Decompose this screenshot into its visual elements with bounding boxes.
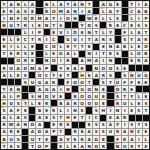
- cell-r19-c8[interactable]: P: [51, 129, 57, 135]
- cell-r15-c14[interactable]: U: [93, 100, 99, 106]
- cell-r16-c18[interactable]: I: [122, 107, 128, 113]
- cell-r21-c1[interactable]: 123Y: [1, 143, 7, 149]
- cell-r20-c21[interactable]: L: [143, 136, 149, 142]
- cell-r16-c6[interactable]: 97B: [36, 107, 42, 113]
- cell-r21-c10[interactable]: L: [65, 143, 71, 149]
- cell-r15-c12[interactable]: O: [79, 100, 85, 106]
- cell-r12-c19[interactable]: F: [129, 79, 135, 85]
- cell-r6-c7[interactable]: 41I: [44, 36, 50, 42]
- cell-r17-c4[interactable]: S: [22, 115, 28, 121]
- cell-r5-c15[interactable]: 36L: [100, 29, 106, 35]
- cell-r17-c10[interactable]: H: [65, 115, 71, 121]
- cell-r3-c8[interactable]: T: [51, 15, 57, 21]
- cell-r6-c10[interactable]: 42G: [65, 36, 71, 42]
- cell-r7-c2[interactable]: I: [8, 44, 14, 50]
- cell-r11-c1[interactable]: 64A: [1, 72, 7, 78]
- cell-r10-c9[interactable]: 61Y: [58, 65, 64, 71]
- cell-r8-c5[interactable]: E: [29, 51, 35, 57]
- cell-r6-c12[interactable]: I: [79, 36, 85, 42]
- cell-r12-c16[interactable]: T: [107, 79, 113, 85]
- cell-r12-c13[interactable]: T: [86, 79, 92, 85]
- cell-r17-c1[interactable]: 101A: [1, 115, 7, 121]
- cell-r3-c7[interactable]: A: [44, 15, 50, 21]
- cell-r11-c20[interactable]: 71U: [136, 72, 142, 78]
- cell-r4-c17[interactable]: E: [115, 22, 121, 28]
- cell-r9-c5[interactable]: E: [29, 58, 35, 64]
- cell-r18-c15[interactable]: 109S: [100, 122, 106, 128]
- cell-r4-c16[interactable]: 30R: [107, 22, 113, 28]
- cell-r14-c7[interactable]: O: [44, 93, 50, 99]
- cell-r9-c16[interactable]: N: [107, 58, 113, 64]
- cell-r4-c8[interactable]: T: [51, 22, 57, 28]
- cell-r10-c12[interactable]: R: [79, 65, 85, 71]
- cell-r1-c9[interactable]: 8A: [58, 1, 64, 7]
- cell-r14-c13[interactable]: Q: [86, 93, 92, 99]
- cell-r1-c13[interactable]: 12T: [86, 1, 92, 7]
- cell-r21-c3[interactable]: S: [15, 143, 21, 149]
- cell-r13-c12[interactable]: 82G: [79, 86, 85, 92]
- cell-r8-c15[interactable]: T: [100, 51, 106, 57]
- cell-r20-c14[interactable]: G: [93, 136, 99, 142]
- cell-r17-c8[interactable]: S: [51, 115, 57, 121]
- cell-r1-c12[interactable]: 11N: [79, 1, 85, 7]
- cell-r18-c1[interactable]: 105R: [1, 122, 7, 128]
- cell-r14-c20[interactable]: 89L: [136, 93, 142, 99]
- cell-r7-c3[interactable]: L: [15, 44, 21, 50]
- cell-r3-c3[interactable]: F: [15, 15, 21, 21]
- cell-r9-c14[interactable]: A: [93, 58, 99, 64]
- cell-r14-c12[interactable]: O: [79, 93, 85, 99]
- cell-r2-c2[interactable]: R: [8, 8, 14, 14]
- cell-r4-c7[interactable]: N: [44, 22, 50, 28]
- cell-r1-c15[interactable]: 13A: [100, 1, 106, 7]
- cell-r3-c6[interactable]: 24M: [36, 15, 42, 21]
- cell-r14-c19[interactable]: Y: [129, 93, 135, 99]
- cell-r7-c12[interactable]: T: [79, 44, 85, 50]
- cell-r15-c20[interactable]: E: [136, 100, 142, 106]
- cell-r9-c21[interactable]: A: [143, 58, 149, 64]
- cell-r2-c12[interactable]: I: [79, 8, 85, 14]
- cell-r8-c2[interactable]: E: [8, 51, 14, 57]
- cell-r11-c16[interactable]: S: [107, 72, 113, 78]
- cell-r20-c10[interactable]: 121V: [65, 136, 71, 142]
- cell-r19-c9[interactable]: T: [58, 129, 64, 135]
- cell-r19-c18[interactable]: A: [122, 129, 128, 135]
- cell-r16-c10[interactable]: I: [65, 107, 71, 113]
- cell-r9-c7[interactable]: 55N: [44, 58, 50, 64]
- cell-r7-c7[interactable]: 45C: [44, 44, 50, 50]
- cell-r16-c11[interactable]: N: [72, 107, 78, 113]
- cell-r10-c10[interactable]: E: [65, 65, 71, 71]
- cell-r5-c12[interactable]: E: [79, 29, 85, 35]
- cell-r21-c18[interactable]: O: [122, 143, 128, 149]
- cell-r2-c10[interactable]: A: [65, 8, 71, 14]
- cell-r17-c16[interactable]: 104E: [107, 115, 113, 121]
- cell-r14-c15[interactable]: E: [100, 93, 106, 99]
- cell-r8-c7[interactable]: 50L: [44, 51, 50, 57]
- cell-r20-c7[interactable]: E: [44, 136, 50, 142]
- cell-r21-c11[interactable]: E: [72, 143, 78, 149]
- cell-r3-c15[interactable]: L: [100, 15, 106, 21]
- cell-r18-c10[interactable]: E: [65, 122, 71, 128]
- cell-r16-c19[interactable]: E: [129, 107, 135, 113]
- cell-r10-c2[interactable]: 59O: [8, 65, 14, 71]
- cell-r21-c17[interactable]: 126N: [115, 143, 121, 149]
- cell-r21-c14[interactable]: O: [93, 143, 99, 149]
- cell-r10-c1[interactable]: 58R: [1, 65, 7, 71]
- cell-r6-c11[interactable]: U: [72, 36, 78, 42]
- cell-r13-c19[interactable]: E: [129, 86, 135, 92]
- cell-r10-c15[interactable]: O: [100, 65, 106, 71]
- cell-r3-c19[interactable]: 27L: [129, 15, 135, 21]
- cell-r1-c7[interactable]: 6B: [44, 1, 50, 7]
- cell-r9-c12[interactable]: 56A: [79, 58, 85, 64]
- cell-r19-c14[interactable]: S: [93, 129, 99, 135]
- cell-r19-c12[interactable]: 117E: [79, 129, 85, 135]
- cell-r15-c17[interactable]: 95R: [115, 100, 121, 106]
- cell-r16-c9[interactable]: L: [58, 107, 64, 113]
- cell-r13-c9[interactable]: 81I: [58, 86, 64, 92]
- cell-r8-c16[interactable]: E: [107, 51, 113, 57]
- cell-r4-c18[interactable]: 31C: [122, 22, 128, 28]
- cell-r14-c6[interactable]: H: [36, 93, 42, 99]
- cell-r12-c5[interactable]: U: [29, 79, 35, 85]
- cell-r9-c10[interactable]: R: [65, 58, 71, 64]
- cell-r6-c1[interactable]: 38E: [1, 36, 7, 42]
- cell-r1-c16[interactable]: 14G: [107, 1, 113, 7]
- cell-r19-c16[interactable]: U: [107, 129, 113, 135]
- cell-r11-c7[interactable]: C: [44, 72, 50, 78]
- cell-r16-c14[interactable]: 99S: [93, 107, 99, 113]
- cell-r12-c6[interactable]: G: [36, 79, 42, 85]
- cell-r4-c2[interactable]: U: [8, 22, 14, 28]
- cell-r7-c18[interactable]: B: [122, 44, 128, 50]
- cell-r15-c3[interactable]: S: [15, 100, 21, 106]
- cell-r9-c15[interactable]: I: [100, 58, 106, 64]
- cell-r5-c10[interactable]: 34I: [65, 29, 71, 35]
- cell-r11-c14[interactable]: A: [93, 72, 99, 78]
- cell-r6-c3[interactable]: 40E: [15, 36, 21, 42]
- cell-r8-c3[interactable]: R: [15, 51, 21, 57]
- cell-r15-c11[interactable]: R: [72, 100, 78, 106]
- cell-r4-c20[interactable]: S: [136, 22, 142, 28]
- cell-r5-c6[interactable]: P: [36, 29, 42, 35]
- cell-r20-c13[interactable]: A: [86, 136, 92, 142]
- cell-r21-c20[interactable]: T: [136, 143, 142, 149]
- cell-r18-c18[interactable]: I: [122, 122, 128, 128]
- cell-r20-c18[interactable]: R: [122, 136, 128, 142]
- cell-r14-c21[interactable]: 90E: [143, 93, 149, 99]
- cell-r15-c4[interactable]: 92T: [22, 100, 28, 106]
- cell-r6-c4[interactable]: C: [22, 36, 28, 42]
- cell-r1-c5[interactable]: 5A: [29, 1, 35, 7]
- cell-r1-c21[interactable]: 18A: [143, 1, 149, 7]
- cell-r8-c9[interactable]: G: [58, 51, 64, 57]
- cell-r4-c3[interactable]: T: [15, 22, 21, 28]
- cell-r17-c13[interactable]: 103I: [86, 115, 92, 121]
- cell-r18-c20[interactable]: 111T: [136, 122, 142, 128]
- cell-r20-c5[interactable]: 119U: [29, 136, 35, 142]
- cell-r7-c15[interactable]: 47E: [100, 44, 106, 50]
- cell-r21-c12[interactable]: A: [79, 143, 85, 149]
- cell-r11-c12[interactable]: 67H: [79, 72, 85, 78]
- cell-r6-c16[interactable]: S: [107, 36, 113, 42]
- cell-r18-c16[interactable]: A: [107, 122, 113, 128]
- cell-r5-c13[interactable]: N: [86, 29, 92, 35]
- cell-r3-c16[interactable]: L: [107, 15, 113, 21]
- cell-r11-c21[interactable]: 72G: [143, 72, 149, 78]
- cell-r12-c21[interactable]: R: [143, 79, 149, 85]
- cell-r15-c1[interactable]: 91H: [1, 100, 7, 106]
- cell-r16-c16[interactable]: 100I: [107, 107, 113, 113]
- cell-r7-c10[interactable]: E: [65, 44, 71, 50]
- cell-r20-c12[interactable]: R: [79, 136, 85, 142]
- cell-r9-c20[interactable]: R: [136, 58, 142, 64]
- cell-r4-c9[interactable]: S: [58, 22, 64, 28]
- cell-r2-c16[interactable]: A: [107, 8, 113, 14]
- cell-r19-c3[interactable]: E: [15, 129, 21, 135]
- cell-r5-c19[interactable]: L: [129, 29, 135, 35]
- cell-r21-c2[interactable]: E: [8, 143, 14, 149]
- cell-r8-c1[interactable]: 49T: [1, 51, 7, 57]
- cell-r21-c15[interactable]: R: [100, 143, 106, 149]
- cell-r9-c3[interactable]: 54O: [15, 58, 21, 64]
- cell-r11-c15[interactable]: R: [100, 72, 106, 78]
- cell-r8-c21[interactable]: B: [143, 51, 149, 57]
- cell-r2-c21[interactable]: B: [143, 8, 149, 14]
- cell-r14-c3[interactable]: P: [15, 93, 21, 99]
- cell-r1-c10[interactable]: 9T: [65, 1, 71, 7]
- cell-r12-c20[interactable]: E: [136, 79, 142, 85]
- cell-r1-c1[interactable]: 1T: [1, 1, 7, 7]
- cell-r5-c14[interactable]: T: [93, 29, 99, 35]
- cell-r16-c17[interactable]: N: [115, 107, 121, 113]
- cell-r10-c6[interactable]: 60A: [36, 65, 42, 71]
- cell-r6-c13[interactable]: T: [86, 36, 92, 42]
- cell-r5-c4[interactable]: 32L: [22, 29, 28, 35]
- cell-r15-c5[interactable]: L: [29, 100, 35, 106]
- cell-r9-c19[interactable]: 57E: [129, 58, 135, 64]
- cell-r18-c3[interactable]: A: [15, 122, 21, 128]
- cell-r4-c12[interactable]: 29Y: [79, 22, 85, 28]
- cell-r3-c4[interactable]: O: [22, 15, 28, 21]
- cell-r2-c17[interactable]: Y: [115, 8, 121, 14]
- cell-r18-c14[interactable]: S: [93, 122, 99, 128]
- cell-r4-c19[interactable]: E: [129, 22, 135, 28]
- cell-r2-c8[interactable]: O: [51, 8, 57, 14]
- cell-r6-c5[interactable]: T: [29, 36, 35, 42]
- cell-r7-c4[interactable]: L: [22, 44, 28, 50]
- cell-r9-c13[interactable]: M: [86, 58, 92, 64]
- cell-r12-c15[interactable]: 75S: [100, 79, 106, 85]
- cell-r3-c14[interactable]: 26E: [93, 15, 99, 21]
- cell-r2-c20[interactable]: A: [136, 8, 142, 14]
- cell-r6-c19[interactable]: T: [129, 36, 135, 42]
- cell-r19-c1[interactable]: 113A: [1, 129, 7, 135]
- cell-r20-c17[interactable]: 122F: [115, 136, 121, 142]
- cell-r19-c20[interactable]: C: [136, 129, 142, 135]
- cell-r1-c17[interactable]: 15E: [115, 1, 121, 7]
- cell-r16-c15[interactable]: H: [100, 107, 106, 113]
- cell-r19-c15[interactable]: S: [100, 129, 106, 135]
- cell-r13-c10[interactable]: N: [65, 86, 71, 92]
- cell-r3-c17[interactable]: S: [115, 15, 121, 21]
- cell-r12-c18[interactable]: F: [122, 79, 128, 85]
- cell-r6-c8[interactable]: C: [51, 36, 57, 42]
- cell-r14-c17[interactable]: 88S: [115, 93, 121, 99]
- cell-r12-c4[interactable]: 73S: [22, 79, 28, 85]
- cell-r5-c5[interactable]: I: [29, 29, 35, 35]
- cell-r14-c9[interactable]: E: [58, 93, 64, 99]
- cell-r11-c3[interactable]: E: [15, 72, 21, 78]
- cell-r20-c3[interactable]: S: [15, 136, 21, 142]
- cell-r2-c15[interactable]: 21L: [100, 8, 106, 14]
- cell-r6-c14[interactable]: A: [93, 36, 99, 42]
- cell-r10-c14[interactable]: 62N: [93, 65, 99, 71]
- cell-r21-c13[interactable]: N: [86, 143, 92, 149]
- cell-r8-c17[interactable]: S: [115, 51, 121, 57]
- cell-r15-c13[interactable]: Q: [86, 100, 92, 106]
- cell-r6-c15[interactable]: R: [100, 36, 106, 42]
- cell-r17-c17[interactable]: A: [115, 115, 121, 121]
- cell-r1-c3[interactable]: 3B: [15, 1, 21, 7]
- cell-r11-c19[interactable]: 70N: [129, 72, 135, 78]
- cell-r5-c18[interactable]: 37F: [122, 29, 128, 35]
- cell-r14-c2[interactable]: L: [8, 93, 14, 99]
- cell-r2-c11[interactable]: N: [72, 8, 78, 14]
- cell-r17-c3[interactable]: A: [15, 115, 21, 121]
- cell-r12-c17[interactable]: 76U: [115, 79, 121, 85]
- cell-r4-c4[interactable]: R: [22, 22, 28, 28]
- cell-r8-c11[interactable]: L: [72, 51, 78, 57]
- cell-r3-c20[interactable]: I: [136, 15, 142, 21]
- cell-r9-c9[interactable]: I: [58, 58, 64, 64]
- cell-r18-c4[interactable]: N: [22, 122, 28, 128]
- cell-r18-c8[interactable]: 107E: [51, 122, 57, 128]
- cell-r15-c2[interactable]: U: [8, 100, 14, 106]
- cell-r13-c7[interactable]: G: [44, 86, 50, 92]
- cell-r12-c10[interactable]: 74F: [65, 79, 71, 85]
- cell-r12-c8[interactable]: R: [51, 79, 57, 85]
- cell-r3-c9[interactable]: I: [58, 15, 64, 21]
- cell-r8-c19[interactable]: 53L: [129, 51, 135, 57]
- cell-r8-c14[interactable]: 52I: [93, 51, 99, 57]
- cell-r16-c3[interactable]: F: [15, 107, 21, 113]
- cell-r14-c11[interactable]: 87R: [72, 93, 78, 99]
- cell-r18-c6[interactable]: A: [36, 122, 42, 128]
- cell-r17-c11[interactable]: E: [72, 115, 78, 121]
- cell-r16-c7[interactable]: E: [44, 107, 50, 113]
- cell-r1-c11[interactable]: 10A: [72, 1, 78, 7]
- cell-r6-c21[interactable]: R: [143, 36, 149, 42]
- cell-r11-c10[interactable]: T: [65, 72, 71, 78]
- cell-r15-c9[interactable]: 93B: [58, 100, 64, 106]
- cell-r13-c6[interactable]: 80A: [36, 86, 42, 92]
- cell-r8-c4[interactable]: S: [22, 51, 28, 57]
- cell-r7-c17[interactable]: 48A: [115, 44, 121, 50]
- cell-r19-c2[interactable]: R: [8, 129, 14, 135]
- cell-r20-c15[interactable]: E: [100, 136, 106, 142]
- cell-r15-c21[interactable]: S: [143, 100, 149, 106]
- cell-r12-c11[interactable]: O: [72, 79, 78, 85]
- cell-r19-c5[interactable]: 114A: [29, 129, 35, 135]
- cell-r7-c5[interactable]: E: [29, 44, 35, 50]
- cell-r6-c2[interactable]: 39L: [8, 36, 14, 42]
- cell-r18-c5[interactable]: 106D: [29, 122, 35, 128]
- cell-r11-c8[interactable]: 66T: [51, 72, 57, 78]
- cell-r7-c21[interactable]: D: [143, 44, 149, 50]
- cell-r10-c3[interactable]: A: [15, 65, 21, 71]
- cell-r7-c11[interactable]: T: [72, 44, 78, 50]
- cell-r11-c4[interactable]: S: [22, 72, 28, 78]
- cell-r3-c10[interactable]: O: [65, 15, 71, 21]
- cell-r11-c2[interactable]: L: [8, 72, 14, 78]
- cell-r15-c18[interactable]: U: [122, 100, 128, 106]
- cell-r9-c8[interactable]: O: [51, 58, 57, 64]
- cell-r7-c16[interactable]: N: [107, 44, 113, 50]
- cell-r6-c20[interactable]: A: [136, 36, 142, 42]
- cell-r11-c18[interactable]: 69S: [122, 72, 128, 78]
- cell-r20-c1[interactable]: 118B: [1, 136, 7, 142]
- cell-r1-c4[interactable]: 4L: [22, 1, 28, 7]
- cell-r14-c14[interactable]: U: [93, 93, 99, 99]
- cell-r16-c12[interactable]: S: [79, 107, 85, 113]
- cell-r4-c5[interactable]: I: [29, 22, 35, 28]
- cell-r10-c4[interactable]: D: [22, 65, 28, 71]
- cell-r13-c14[interactable]: 83N: [93, 86, 99, 92]
- cell-r16-c20[interactable]: S: [136, 107, 142, 113]
- cell-r19-c7[interactable]: 115A: [44, 129, 50, 135]
- cell-r13-c2[interactable]: 78E: [8, 86, 14, 92]
- cell-r7-c8[interactable]: O: [51, 44, 57, 50]
- cell-r3-c21[interactable]: P: [143, 15, 149, 21]
- cell-r13-c13[interactable]: O: [86, 86, 92, 92]
- cell-r13-c1[interactable]: 77T: [1, 86, 7, 92]
- cell-r19-c13[interactable]: A: [86, 129, 92, 135]
- cell-r15-c7[interactable]: R: [44, 100, 50, 106]
- cell-r19-c21[interactable]: E: [143, 129, 149, 135]
- cell-r11-c6[interactable]: 65O: [36, 72, 42, 78]
- cell-r20-c9[interactable]: 120A: [58, 136, 64, 142]
- cell-r2-c5[interactable]: E: [29, 8, 35, 14]
- cell-r10-c7[interactable]: P: [44, 65, 50, 71]
- cell-r10-c5[interactable]: M: [29, 65, 35, 71]
- cell-r21-c9[interactable]: 125E: [58, 143, 64, 149]
- cell-r7-c19[interactable]: L: [129, 44, 135, 50]
- cell-r5-c11[interactable]: 35D: [72, 29, 78, 35]
- cell-r1-c2[interactable]: 2A: [8, 1, 14, 7]
- cell-r8-c13[interactable]: 51N: [86, 51, 92, 57]
- cell-r6-c6[interactable]: R: [36, 36, 42, 42]
- cell-r2-c7[interactable]: 20R: [44, 8, 50, 14]
- cell-r7-c1[interactable]: 44R: [1, 44, 7, 50]
- cell-r6-c18[interactable]: 43S: [122, 36, 128, 42]
- cell-r3-c2[interactable]: N: [8, 15, 14, 21]
- cell-r14-c18[interactable]: T: [122, 93, 128, 99]
- cell-r4-c21[interactable]: S: [143, 22, 149, 28]
- cell-r18-c9[interactable]: R: [58, 122, 64, 128]
- cell-r10-c18[interactable]: 63E: [122, 65, 128, 71]
- cell-r17-c14[interactable]: C: [93, 115, 99, 121]
- cell-r13-c3[interactable]: 79N: [15, 86, 21, 92]
- cell-r16-c21[interactable]: T: [143, 107, 149, 113]
- cell-r2-c9[interactable]: M: [58, 8, 64, 14]
- cell-r21-c5[interactable]: 124T: [29, 143, 35, 149]
- cell-r2-c4[interactable]: S: [22, 8, 28, 14]
- cell-r8-c8[interactable]: E: [51, 51, 57, 57]
- cell-r19-c17[interactable]: R: [115, 129, 121, 135]
- cell-r4-c14[interactable]: S: [93, 22, 99, 28]
